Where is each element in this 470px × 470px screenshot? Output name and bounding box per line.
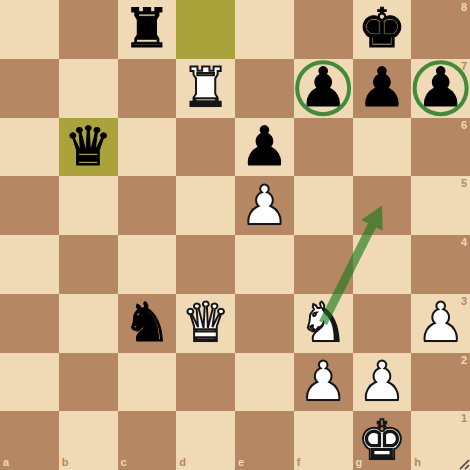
resize-handle-icon[interactable] xyxy=(456,456,470,470)
rank-label-2: 2 xyxy=(461,354,467,366)
piece-white-queen[interactable]: ♛ xyxy=(176,294,235,353)
piece-white-king[interactable]: ♚ xyxy=(353,411,412,470)
square-h2[interactable]: 2 xyxy=(411,353,470,412)
square-a6[interactable] xyxy=(0,118,59,177)
square-d6[interactable] xyxy=(176,118,235,177)
square-e1[interactable]: e xyxy=(235,411,294,470)
square-a8[interactable] xyxy=(0,0,59,59)
square-f8[interactable] xyxy=(294,0,353,59)
square-b3[interactable] xyxy=(59,294,118,353)
piece-white-pawn[interactable]: ♟ xyxy=(353,353,412,412)
square-c5[interactable] xyxy=(118,176,177,235)
piece-black-pawn[interactable]: ♟ xyxy=(235,118,294,177)
rank-label-4: 4 xyxy=(461,236,467,248)
square-d7[interactable]: ♜ xyxy=(176,59,235,118)
square-h3[interactable]: ♟3 xyxy=(411,294,470,353)
file-label-a: a xyxy=(3,456,9,468)
piece-white-knight[interactable]: ♞ xyxy=(294,294,353,353)
square-a3[interactable] xyxy=(0,294,59,353)
square-g5[interactable] xyxy=(353,176,412,235)
square-g4[interactable] xyxy=(353,235,412,294)
file-label-d: d xyxy=(179,456,186,468)
chess-board: ♜♚8♜♟♟♟7♛♟6♟54♞♛♞♟3♟♟2abcdef♚gh1 xyxy=(0,0,470,470)
square-c3[interactable]: ♞ xyxy=(118,294,177,353)
square-d1[interactable]: d xyxy=(176,411,235,470)
square-e7[interactable] xyxy=(235,59,294,118)
square-d4[interactable] xyxy=(176,235,235,294)
piece-black-pawn[interactable]: ♟ xyxy=(411,59,470,118)
square-b7[interactable] xyxy=(59,59,118,118)
square-f4[interactable] xyxy=(294,235,353,294)
square-e3[interactable] xyxy=(235,294,294,353)
file-label-f: f xyxy=(297,456,301,468)
square-f3[interactable]: ♞ xyxy=(294,294,353,353)
piece-white-pawn[interactable]: ♟ xyxy=(235,176,294,235)
square-b5[interactable] xyxy=(59,176,118,235)
square-b4[interactable] xyxy=(59,235,118,294)
square-d5[interactable] xyxy=(176,176,235,235)
square-h6[interactable]: 6 xyxy=(411,118,470,177)
square-h4[interactable]: 4 xyxy=(411,235,470,294)
piece-black-pawn[interactable]: ♟ xyxy=(353,59,412,118)
square-d8[interactable] xyxy=(176,0,235,59)
square-d3[interactable]: ♛ xyxy=(176,294,235,353)
file-label-c: c xyxy=(121,456,127,468)
square-e2[interactable] xyxy=(235,353,294,412)
square-e4[interactable] xyxy=(235,235,294,294)
file-label-e: e xyxy=(238,456,244,468)
square-c2[interactable] xyxy=(118,353,177,412)
rank-label-1: 1 xyxy=(461,412,467,424)
square-b8[interactable] xyxy=(59,0,118,59)
square-f2[interactable]: ♟ xyxy=(294,353,353,412)
square-c1[interactable]: c xyxy=(118,411,177,470)
piece-white-rook[interactable]: ♜ xyxy=(176,59,235,118)
square-a2[interactable] xyxy=(0,353,59,412)
square-g6[interactable] xyxy=(353,118,412,177)
square-c7[interactable] xyxy=(118,59,177,118)
square-a4[interactable] xyxy=(0,235,59,294)
square-a1[interactable]: a xyxy=(0,411,59,470)
board-squares: ♜♚8♜♟♟♟7♛♟6♟54♞♛♞♟3♟♟2abcdef♚gh1 xyxy=(0,0,470,470)
square-b2[interactable] xyxy=(59,353,118,412)
square-c4[interactable] xyxy=(118,235,177,294)
square-h5[interactable]: 5 xyxy=(411,176,470,235)
square-e6[interactable]: ♟ xyxy=(235,118,294,177)
square-e5[interactable]: ♟ xyxy=(235,176,294,235)
file-label-b: b xyxy=(62,456,69,468)
piece-black-knight[interactable]: ♞ xyxy=(118,294,177,353)
square-e8[interactable] xyxy=(235,0,294,59)
rank-label-6: 6 xyxy=(461,119,467,131)
square-c6[interactable] xyxy=(118,118,177,177)
square-f7[interactable]: ♟ xyxy=(294,59,353,118)
square-g2[interactable]: ♟ xyxy=(353,353,412,412)
square-g7[interactable]: ♟ xyxy=(353,59,412,118)
rank-label-8: 8 xyxy=(461,1,467,13)
square-f1[interactable]: f xyxy=(294,411,353,470)
square-b1[interactable]: b xyxy=(59,411,118,470)
square-f5[interactable] xyxy=(294,176,353,235)
square-g1[interactable]: ♚g xyxy=(353,411,412,470)
piece-white-pawn[interactable]: ♟ xyxy=(411,294,470,353)
piece-black-king[interactable]: ♚ xyxy=(353,0,412,59)
rank-label-5: 5 xyxy=(461,177,467,189)
square-g8[interactable]: ♚ xyxy=(353,0,412,59)
square-h8[interactable]: 8 xyxy=(411,0,470,59)
square-a5[interactable] xyxy=(0,176,59,235)
square-c8[interactable]: ♜ xyxy=(118,0,177,59)
square-b6[interactable]: ♛ xyxy=(59,118,118,177)
square-d2[interactable] xyxy=(176,353,235,412)
square-a7[interactable] xyxy=(0,59,59,118)
piece-black-pawn[interactable]: ♟ xyxy=(294,59,353,118)
piece-black-queen[interactable]: ♛ xyxy=(59,118,118,177)
piece-black-rook[interactable]: ♜ xyxy=(118,0,177,59)
square-h7[interactable]: ♟7 xyxy=(411,59,470,118)
square-f6[interactable] xyxy=(294,118,353,177)
file-label-h: h xyxy=(414,456,421,468)
piece-white-pawn[interactable]: ♟ xyxy=(294,353,353,412)
square-g3[interactable] xyxy=(353,294,412,353)
